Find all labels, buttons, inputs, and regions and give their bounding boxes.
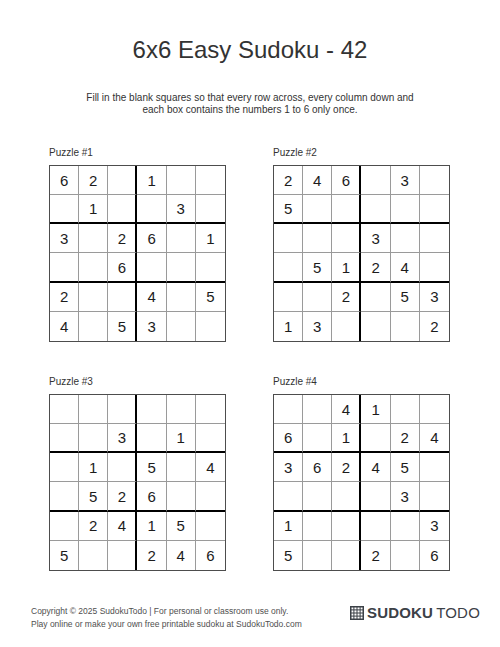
sudoku-cell: [391, 395, 420, 424]
sudoku-cell: [137, 253, 166, 282]
sudoku-cell: [361, 424, 390, 453]
puzzle-label: Puzzle #1: [49, 148, 226, 158]
sudoku-cell: 3: [137, 312, 166, 341]
sudoku-cell: 2: [79, 512, 108, 541]
sudoku-cell: 4: [50, 312, 79, 341]
sudoku-cell: [303, 224, 332, 253]
sudoku-cell: [79, 541, 108, 570]
copyright-line-2: Play online or make your own free printa…: [31, 618, 302, 631]
sudoku-cell: [137, 195, 166, 224]
sudoku-cell: 5: [274, 195, 303, 224]
sudoku-cell: [196, 166, 225, 195]
sudoku-cell: 4: [196, 453, 225, 482]
sudoku-cell: [79, 224, 108, 253]
sudoku-cell: 1: [332, 424, 361, 453]
sudoku-cell: [50, 253, 79, 282]
sudoku-cell: 4: [108, 512, 137, 541]
sudoku-cell: [167, 166, 196, 195]
sudoku-cell: 3: [167, 195, 196, 224]
sudoku-cell: [332, 512, 361, 541]
sudoku-cell: [391, 312, 420, 341]
sudoku-cell: [420, 166, 449, 195]
sudoku-cell: [108, 453, 137, 482]
sudoku-cell: 1: [361, 395, 390, 424]
sudoku-cell: 2: [108, 482, 137, 511]
sudoku-cell: 2: [332, 283, 361, 312]
sudoku-cell: [167, 395, 196, 424]
sudoku-cell: [79, 312, 108, 341]
sudoku-cell: [420, 482, 449, 511]
sudoku-cell: 6: [137, 224, 166, 253]
sudoku-cell: [303, 195, 332, 224]
sudoku-cell: 2: [391, 424, 420, 453]
sudoku-cell: 3: [50, 224, 79, 253]
logo-text-sudoku: SUDOKU: [367, 605, 433, 620]
sudoku-cell: 2: [420, 312, 449, 341]
sudoku-cell: 6: [137, 482, 166, 511]
sudoku-cell: [50, 195, 79, 224]
sudoku-cell: 3: [391, 166, 420, 195]
sudoku-cell: [79, 283, 108, 312]
sudoku-cell: [196, 482, 225, 511]
sudoku-cell: 6: [108, 253, 137, 282]
instructions-line-2: each box contains the numbers 1 to 6 onl…: [0, 104, 500, 116]
puzzle-block-1: Puzzle #1 6211332616245453: [49, 148, 226, 342]
sudoku-cell: 5: [196, 283, 225, 312]
sudoku-cell: [303, 512, 332, 541]
sudoku-cell: 6: [303, 453, 332, 482]
sudoku-grid: 41612436245313526: [273, 394, 450, 571]
sudoku-cell: 1: [79, 453, 108, 482]
sudokutodo-logo: SUDOKUTODO: [350, 605, 480, 620]
sudoku-cell: 5: [108, 312, 137, 341]
sudoku-cell: [167, 482, 196, 511]
sudoku-cell: [50, 512, 79, 541]
sudoku-cell: 4: [391, 253, 420, 282]
sudoku-cell: [79, 253, 108, 282]
sudoku-cell: [196, 512, 225, 541]
sudoku-cell: [391, 224, 420, 253]
puzzle-label: Puzzle #3: [49, 377, 226, 387]
sudoku-cell: [167, 453, 196, 482]
sudoku-cell: [79, 395, 108, 424]
sudoku-cell: [274, 482, 303, 511]
sudoku-cell: [303, 482, 332, 511]
sudoku-cell: [303, 541, 332, 570]
grid-logo-icon: [350, 606, 364, 620]
sudoku-cell: [108, 166, 137, 195]
puzzle-label: Puzzle #4: [273, 377, 450, 387]
sudoku-cell: 1: [79, 195, 108, 224]
copyright-line-1: Copyright © 2025 SudokuTodo | For person…: [31, 605, 302, 618]
sudoku-cell: 3: [391, 482, 420, 511]
sudoku-cell: [108, 195, 137, 224]
sudoku-cell: [274, 395, 303, 424]
sudoku-cell: [420, 224, 449, 253]
sudoku-cell: [108, 395, 137, 424]
sudoku-cell: [361, 512, 390, 541]
sudoku-cell: 5: [303, 253, 332, 282]
sudoku-cell: 2: [361, 253, 390, 282]
sudoku-cell: 3: [274, 453, 303, 482]
printable-sudoku-page: 6x6 Easy Sudoku - 42 Fill in the blank s…: [0, 0, 500, 647]
sudoku-cell: [361, 166, 390, 195]
sudoku-cell: [50, 482, 79, 511]
sudoku-cell: [196, 395, 225, 424]
footer-copyright: Copyright © 2025 SudokuTodo | For person…: [31, 605, 302, 631]
instructions-line-1: Fill in the blank squares so that every …: [0, 92, 500, 104]
sudoku-cell: [274, 253, 303, 282]
sudoku-cell: [196, 424, 225, 453]
sudoku-cell: [137, 424, 166, 453]
sudoku-cell: 4: [303, 166, 332, 195]
sudoku-cell: [196, 195, 225, 224]
sudoku-cell: 1: [332, 253, 361, 282]
sudoku-cell: [361, 312, 390, 341]
puzzle-label: Puzzle #2: [273, 148, 450, 158]
sudoku-cell: 2: [79, 166, 108, 195]
sudoku-cell: 5: [50, 541, 79, 570]
instructions: Fill in the blank squares so that every …: [0, 92, 500, 116]
sudoku-cell: [167, 253, 196, 282]
sudoku-cell: 6: [196, 541, 225, 570]
sudoku-grid: 3115452624155246: [49, 394, 226, 571]
sudoku-cell: 6: [332, 166, 361, 195]
puzzle-block-3: Puzzle #3 3115452624155246: [49, 377, 226, 571]
sudoku-cell: 1: [274, 312, 303, 341]
sudoku-cell: [303, 424, 332, 453]
sudoku-cell: 3: [420, 283, 449, 312]
sudoku-cell: 4: [361, 453, 390, 482]
sudoku-cell: 2: [361, 541, 390, 570]
sudoku-cell: 2: [332, 453, 361, 482]
sudoku-grid: 2463535124253132: [273, 165, 450, 342]
sudoku-cell: [108, 541, 137, 570]
sudoku-cell: 6: [50, 166, 79, 195]
sudoku-cell: 3: [108, 424, 137, 453]
page-title: 6x6 Easy Sudoku - 42: [0, 36, 500, 64]
puzzle-block-4: Puzzle #4 41612436245313526: [273, 377, 450, 571]
sudoku-cell: 4: [167, 541, 196, 570]
sudoku-cell: [137, 395, 166, 424]
sudoku-cell: [420, 453, 449, 482]
sudoku-cell: 2: [50, 283, 79, 312]
sudoku-cell: 4: [332, 395, 361, 424]
sudoku-cell: [391, 512, 420, 541]
sudoku-cell: [420, 253, 449, 282]
sudoku-cell: [79, 424, 108, 453]
sudoku-cell: [332, 224, 361, 253]
sudoku-cell: 1: [274, 512, 303, 541]
sudoku-cell: 5: [274, 541, 303, 570]
sudoku-cell: 5: [391, 283, 420, 312]
sudoku-cell: [108, 283, 137, 312]
sudoku-cell: [391, 195, 420, 224]
sudoku-cell: [274, 224, 303, 253]
logo-text-todo: TODO: [436, 605, 480, 620]
sudoku-cell: 3: [361, 224, 390, 253]
sudoku-cell: 5: [79, 482, 108, 511]
sudoku-cell: [196, 312, 225, 341]
sudoku-cell: 1: [137, 166, 166, 195]
sudoku-cell: [361, 482, 390, 511]
sudoku-cell: [303, 395, 332, 424]
sudoku-cell: 5: [167, 512, 196, 541]
puzzle-block-2: Puzzle #2 2463535124253132: [273, 148, 450, 342]
sudoku-cell: 4: [137, 283, 166, 312]
sudoku-cell: 1: [167, 424, 196, 453]
sudoku-cell: 2: [108, 224, 137, 253]
sudoku-cell: [167, 312, 196, 341]
sudoku-cell: 4: [420, 424, 449, 453]
sudoku-cell: [361, 195, 390, 224]
sudoku-cell: [361, 283, 390, 312]
sudoku-cell: [50, 453, 79, 482]
sudoku-cell: [420, 395, 449, 424]
sudoku-cell: [303, 283, 332, 312]
sudoku-cell: [391, 541, 420, 570]
sudoku-cell: 6: [274, 424, 303, 453]
sudoku-cell: [420, 195, 449, 224]
sudoku-cell: [332, 195, 361, 224]
sudoku-cell: [332, 541, 361, 570]
sudoku-cell: 5: [137, 453, 166, 482]
sudoku-cell: 2: [274, 166, 303, 195]
sudoku-cell: [332, 312, 361, 341]
sudoku-cell: [196, 253, 225, 282]
sudoku-grid: 6211332616245453: [49, 165, 226, 342]
sudoku-cell: [50, 395, 79, 424]
sudoku-cell: [50, 424, 79, 453]
sudoku-cell: 3: [303, 312, 332, 341]
sudoku-cell: 3: [420, 512, 449, 541]
sudoku-cell: 5: [391, 453, 420, 482]
sudoku-cell: 1: [196, 224, 225, 253]
sudoku-cell: [332, 482, 361, 511]
sudoku-cell: [274, 283, 303, 312]
sudoku-cell: [167, 283, 196, 312]
sudoku-cell: 1: [137, 512, 166, 541]
sudoku-cell: 2: [137, 541, 166, 570]
sudoku-cell: [167, 224, 196, 253]
sudoku-cell: 6: [420, 541, 449, 570]
